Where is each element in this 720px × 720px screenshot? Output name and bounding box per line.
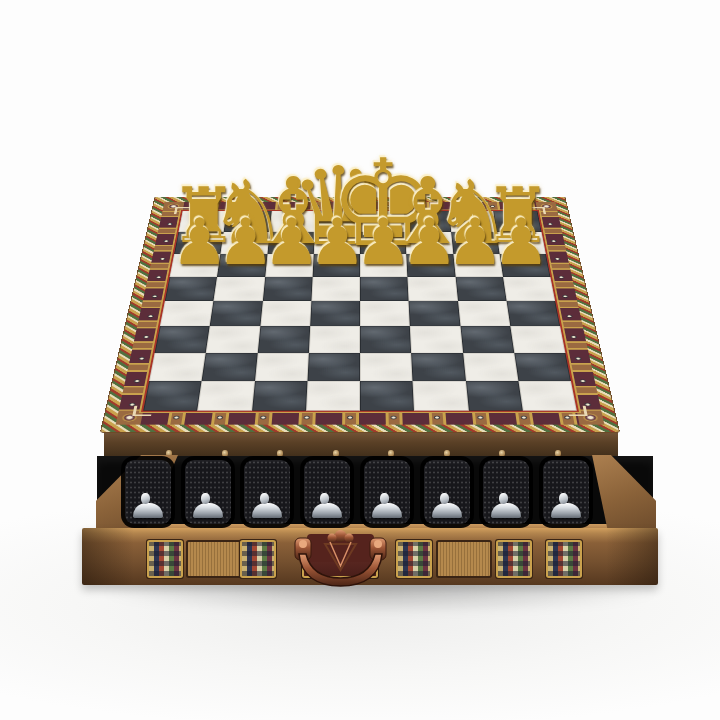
silver-piece: [252, 503, 282, 518]
board-square: [503, 277, 555, 301]
inlay-panel-mosaic: [242, 542, 274, 576]
board-square: [206, 326, 260, 353]
silver-piece-base: [252, 503, 282, 518]
inlay-panel-grain: [438, 542, 490, 576]
inlay-panel-mosaic: [149, 542, 181, 576]
inlay-panel-mosaic: [548, 542, 580, 576]
silver-piece: [133, 503, 163, 518]
silver-piece: [372, 503, 402, 518]
board-square: [257, 326, 310, 353]
board-square: [260, 301, 311, 326]
board-square: [413, 381, 469, 411]
board-square: [160, 301, 214, 326]
board-square: [458, 301, 511, 326]
board-square: [252, 381, 308, 411]
silver-piece-head: [499, 493, 508, 504]
silver-piece-head: [440, 493, 449, 504]
board-square: [409, 301, 460, 326]
silver-piece: [432, 503, 462, 518]
board-square: [306, 381, 360, 411]
silver-piece-head: [141, 493, 150, 504]
board-square: [463, 353, 519, 381]
board-square: [514, 353, 571, 381]
border-band-bottom: [140, 411, 579, 425]
board-square: [197, 381, 254, 411]
board-square: [411, 353, 465, 381]
silver-piece-base: [491, 503, 521, 518]
silver-piece-base: [133, 503, 163, 518]
board-square: [360, 301, 410, 326]
silver-piece: [312, 503, 342, 518]
board-square: [360, 381, 414, 411]
copper-handle: [283, 530, 398, 592]
gold-pawn: ♟: [493, 210, 550, 274]
board-square: [155, 326, 210, 353]
board-square: [149, 353, 206, 381]
board-square: [518, 381, 577, 411]
board-square: [255, 353, 309, 381]
silver-piece-head: [380, 493, 389, 504]
inlay-panel-mosaic: [498, 542, 530, 576]
board-square: [310, 301, 360, 326]
board-square: [360, 353, 413, 381]
board-square: [307, 353, 360, 381]
board-square: [165, 277, 217, 301]
board-square: [506, 301, 560, 326]
board-square: [460, 326, 514, 353]
silver-piece: [491, 503, 521, 518]
silver-piece-base: [432, 503, 462, 518]
silver-piece-head: [201, 493, 210, 504]
board-square: [455, 277, 506, 301]
silver-piece-base: [193, 503, 223, 518]
silver-piece: [193, 503, 223, 518]
silver-piece-base: [312, 503, 342, 518]
board-square: [360, 326, 411, 353]
board-square: [410, 326, 463, 353]
board-square: [202, 353, 258, 381]
chess-box-photo: ♜♞♝♛♚♝♞♜♟♟♟♟♟♟♟♟: [0, 0, 720, 720]
silver-piece-head: [320, 493, 329, 504]
board-square: [311, 277, 360, 301]
board-square: [143, 381, 202, 411]
board-square: [408, 277, 458, 301]
box-side-rail: [104, 429, 618, 459]
inlay-panel-mosaic: [398, 542, 430, 576]
board-square: [360, 277, 409, 301]
board-square: [262, 277, 312, 301]
board-square: [210, 301, 263, 326]
inlay-panel-grain: [188, 542, 240, 576]
board-square: [214, 277, 265, 301]
board-square: [309, 326, 360, 353]
silver-piece-base: [372, 503, 402, 518]
silver-piece-base: [551, 503, 581, 518]
silver-piece-head: [260, 493, 269, 504]
silver-piece: [551, 503, 581, 518]
silver-piece-head: [559, 493, 568, 504]
board-square: [510, 326, 565, 353]
board-square: [465, 381, 522, 411]
